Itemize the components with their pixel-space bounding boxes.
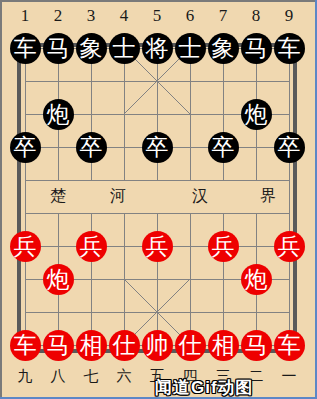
piece-red-cannon[interactable]: 炮 [43,264,74,295]
piece-black-chariot[interactable]: 车 [274,33,305,64]
point-f1-r2[interactable] [9,65,42,98]
piece-red-advisor[interactable]: 仕 [109,330,140,361]
file-label-bottom-9: 一 [279,369,299,384]
piece-black-horse[interactable]: 马 [241,33,272,64]
point-f7-r4[interactable]: 卒 [207,131,240,164]
point-f3-r2[interactable] [75,65,108,98]
point-f4-r8[interactable] [108,263,141,296]
point-f4-r7[interactable] [108,230,141,263]
point-f3-r7[interactable]: 兵 [75,230,108,263]
point-f3-r1[interactable]: 象 [75,32,108,65]
piece-black-general[interactable]: 将 [142,33,173,64]
point-f7-r9[interactable] [207,296,240,329]
point-f4-r3[interactable] [108,98,141,131]
point-f9-r1[interactable]: 车 [273,32,306,65]
point-f7-r7[interactable]: 兵 [207,230,240,263]
point-f5-r10[interactable]: 帅 [141,329,174,362]
piece-black-soldier[interactable]: 卒 [274,132,305,163]
point-f4-r4[interactable] [108,131,141,164]
point-f7-r10[interactable]: 相 [207,329,240,362]
point-f7-r6[interactable] [207,197,240,230]
piece-red-horse[interactable]: 马 [43,330,74,361]
file-label-top-9: 9 [279,7,299,24]
point-f6-r3[interactable] [174,98,207,131]
file-label-top-6: 6 [180,7,200,24]
watermark: 闻道Gif动图 [155,376,254,399]
point-f1-r3[interactable] [9,98,42,131]
point-f6-r8[interactable] [174,263,207,296]
point-f2-r3[interactable]: 炮 [42,98,75,131]
piece-red-advisor[interactable]: 仕 [175,330,206,361]
point-f7-r2[interactable] [207,65,240,98]
point-f8-r2[interactable] [240,65,273,98]
point-f9-r3[interactable] [273,98,306,131]
point-f5-r9[interactable] [141,296,174,329]
file-label-top-4: 4 [114,7,134,24]
piece-red-soldier[interactable]: 兵 [208,231,239,262]
point-f5-r4[interactable]: 卒 [141,131,174,164]
file-label-top-2: 2 [48,7,68,24]
point-f7-r8[interactable] [207,263,240,296]
point-f7-r3[interactable] [207,98,240,131]
point-f6-r10[interactable]: 仕 [174,329,207,362]
point-f7-r5[interactable] [207,164,240,197]
point-f8-r1[interactable]: 马 [240,32,273,65]
point-f2-r1[interactable]: 马 [42,32,75,65]
point-f1-r10[interactable]: 车 [9,329,42,362]
point-f2-r2[interactable] [42,65,75,98]
point-f5-r1[interactable]: 将 [141,32,174,65]
point-f3-r9[interactable] [75,296,108,329]
piece-black-cannon[interactable]: 炮 [241,99,272,130]
piece-red-horse[interactable]: 马 [241,330,272,361]
piece-red-soldier[interactable]: 兵 [76,231,107,262]
file-label-bottom-2: 八 [48,369,68,384]
point-f3-r8[interactable] [75,263,108,296]
point-f5-r5[interactable] [141,164,174,197]
point-f9-r7[interactable]: 兵 [273,230,306,263]
point-f1-r7[interactable]: 兵 [9,230,42,263]
point-f3-r5[interactable] [75,164,108,197]
point-f1-r8[interactable] [9,263,42,296]
piece-black-soldier[interactable]: 卒 [142,132,173,163]
piece-black-advisor[interactable]: 士 [109,33,140,64]
point-f2-r10[interactable]: 马 [42,329,75,362]
point-f5-r7[interactable]: 兵 [141,230,174,263]
point-f7-r1[interactable]: 象 [207,32,240,65]
piece-red-chariot[interactable]: 车 [274,330,305,361]
piece-red-elephant[interactable]: 相 [76,330,107,361]
point-f5-r2[interactable] [141,65,174,98]
point-f4-r1[interactable]: 士 [108,32,141,65]
point-f1-r6[interactable] [9,197,42,230]
piece-red-soldier[interactable]: 兵 [274,231,305,262]
file-label-bottom-3: 七 [81,369,101,384]
river-label-2: 河 [108,188,128,204]
point-f9-r8[interactable] [273,263,306,296]
point-f5-r3[interactable] [141,98,174,131]
point-f5-r6[interactable] [141,197,174,230]
point-f2-r9[interactable] [42,296,75,329]
piece-black-horse[interactable]: 马 [43,33,74,64]
file-label-bottom-4: 六 [114,369,134,384]
point-f5-r8[interactable] [141,263,174,296]
point-f9-r9[interactable] [273,296,306,329]
point-f6-r7[interactable] [174,230,207,263]
point-f3-r4[interactable]: 卒 [75,131,108,164]
piece-red-cannon[interactable]: 炮 [241,264,272,295]
point-f3-r6[interactable] [75,197,108,230]
point-f9-r10[interactable]: 车 [273,329,306,362]
point-f9-r2[interactable] [273,65,306,98]
point-f6-r2[interactable] [174,65,207,98]
piece-black-chariot[interactable]: 车 [10,33,41,64]
point-f8-r3[interactable]: 炮 [240,98,273,131]
point-f1-r9[interactable] [9,296,42,329]
piece-red-chariot[interactable]: 车 [10,330,41,361]
xiangqi-board: 车马象士将士象马车炮炮卒卒卒卒卒兵兵兵兵兵炮炮车马相仕帅仕相马车 1234567… [0,0,317,399]
point-f2-r7[interactable] [42,230,75,263]
piece-black-elephant[interactable]: 象 [76,33,107,64]
piece-black-elephant[interactable]: 象 [208,33,239,64]
point-f8-r4[interactable] [240,131,273,164]
piece-black-soldier[interactable]: 卒 [76,132,107,163]
river-label-1: 楚 [48,188,68,204]
point-f8-r8[interactable]: 炮 [240,263,273,296]
point-f6-r1[interactable]: 士 [174,32,207,65]
point-f8-r7[interactable] [240,230,273,263]
piece-black-advisor[interactable]: 士 [175,33,206,64]
point-f6-r4[interactable] [174,131,207,164]
point-f8-r10[interactable]: 马 [240,329,273,362]
point-f2-r8[interactable]: 炮 [42,263,75,296]
river-label-3: 汉 [190,188,210,204]
point-f6-r9[interactable] [174,296,207,329]
piece-black-soldier[interactable]: 卒 [10,132,41,163]
piece-red-soldier[interactable]: 兵 [10,231,41,262]
river-label-4: 界 [258,188,278,204]
point-f4-r2[interactable] [108,65,141,98]
point-f1-r4[interactable]: 卒 [9,131,42,164]
piece-red-soldier[interactable]: 兵 [142,231,173,262]
point-f3-r10[interactable]: 相 [75,329,108,362]
point-f2-r4[interactable] [42,131,75,164]
file-label-top-5: 5 [147,7,167,24]
file-label-top-3: 3 [81,7,101,24]
point-f4-r9[interactable] [108,296,141,329]
piece-black-cannon[interactable]: 炮 [43,99,74,130]
point-f3-r3[interactable] [75,98,108,131]
file-label-top-7: 7 [213,7,233,24]
piece-red-elephant[interactable]: 相 [208,330,239,361]
point-f9-r4[interactable]: 卒 [273,131,306,164]
file-label-bottom-1: 九 [15,369,35,384]
piece-red-general[interactable]: 帅 [142,330,173,361]
piece-black-soldier[interactable]: 卒 [208,132,239,163]
point-f4-r10[interactable]: 仕 [108,329,141,362]
file-label-top-8: 8 [246,7,266,24]
file-label-top-1: 1 [15,7,35,24]
point-f8-r9[interactable] [240,296,273,329]
point-f1-r5[interactable] [9,164,42,197]
point-f1-r1[interactable]: 车 [9,32,42,65]
